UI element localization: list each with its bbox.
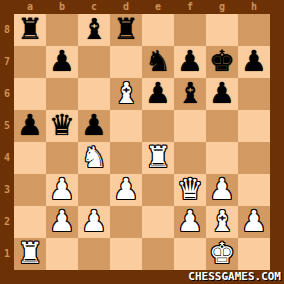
square-f3[interactable]: ♛: [174, 174, 206, 206]
white-pawn: ♟: [177, 207, 203, 236]
square-b6[interactable]: [46, 78, 78, 110]
black-pawn: ♟: [49, 47, 75, 76]
square-f6[interactable]: ♝: [174, 78, 206, 110]
black-pawn: ♟: [81, 111, 107, 140]
square-b5[interactable]: ♛: [46, 110, 78, 142]
square-c8[interactable]: ♝: [78, 14, 110, 46]
file-labels: abcdefgh: [14, 0, 270, 14]
rank-label-4: 4: [0, 142, 14, 174]
square-h4[interactable]: [238, 142, 270, 174]
square-g6[interactable]: ♟: [206, 78, 238, 110]
white-pawn: ♟: [209, 175, 235, 204]
square-f7[interactable]: ♟: [174, 46, 206, 78]
square-e8[interactable]: [142, 14, 174, 46]
file-label-b: b: [46, 0, 78, 14]
black-pawn: ♟: [209, 79, 235, 108]
white-king: ♚: [209, 239, 235, 268]
square-e3[interactable]: [142, 174, 174, 206]
rank-label-1: 1: [0, 238, 14, 270]
white-pawn: ♟: [49, 207, 75, 236]
white-rook: ♜: [17, 239, 43, 268]
square-g8[interactable]: [206, 14, 238, 46]
white-bishop: ♝: [113, 79, 139, 108]
square-e7[interactable]: ♞: [142, 46, 174, 78]
rank-label-8: 8: [0, 14, 14, 46]
rank-label-6: 6: [0, 78, 14, 110]
white-pawn: ♟: [241, 207, 267, 236]
square-d6[interactable]: ♝: [110, 78, 142, 110]
square-d7[interactable]: [110, 46, 142, 78]
white-rook: ♜: [145, 143, 171, 172]
square-a5[interactable]: ♟: [14, 110, 46, 142]
square-e1[interactable]: [142, 238, 174, 270]
square-c5[interactable]: ♟: [78, 110, 110, 142]
watermark: CHESSGAMES.COM: [188, 270, 281, 284]
square-b4[interactable]: [46, 142, 78, 174]
square-c3[interactable]: [78, 174, 110, 206]
square-g4[interactable]: [206, 142, 238, 174]
square-h5[interactable]: [238, 110, 270, 142]
square-h1[interactable]: [238, 238, 270, 270]
square-g7[interactable]: ♚: [206, 46, 238, 78]
black-knight: ♞: [145, 47, 171, 76]
black-rook: ♜: [113, 15, 139, 44]
square-c4[interactable]: ♞: [78, 142, 110, 174]
square-d4[interactable]: [110, 142, 142, 174]
rank-label-2: 2: [0, 206, 14, 238]
square-g2[interactable]: ♝: [206, 206, 238, 238]
file-label-h: h: [238, 0, 270, 14]
black-bishop: ♝: [81, 15, 107, 44]
square-c2[interactable]: ♟: [78, 206, 110, 238]
square-f4[interactable]: [174, 142, 206, 174]
square-e4[interactable]: ♜: [142, 142, 174, 174]
white-pawn: ♟: [49, 175, 75, 204]
black-pawn: ♟: [177, 47, 203, 76]
file-label-d: d: [110, 0, 142, 14]
square-d8[interactable]: ♜: [110, 14, 142, 46]
white-knight: ♞: [81, 143, 107, 172]
square-e2[interactable]: [142, 206, 174, 238]
white-queen: ♛: [177, 175, 203, 204]
file-label-f: f: [174, 0, 206, 14]
black-pawn: ♟: [17, 111, 43, 140]
square-h3[interactable]: [238, 174, 270, 206]
file-label-c: c: [78, 0, 110, 14]
square-g1[interactable]: ♚: [206, 238, 238, 270]
square-f5[interactable]: [174, 110, 206, 142]
square-e6[interactable]: ♟: [142, 78, 174, 110]
rank-labels: 87654321: [0, 14, 14, 270]
square-b1[interactable]: [46, 238, 78, 270]
square-h6[interactable]: [238, 78, 270, 110]
chess-diagram: abcdefgh 87654321 ♜♝♜♟♞♟♚♟♝♟♝♟♟♛♟♞♜♟♟♛♟♟…: [0, 0, 284, 284]
square-a4[interactable]: [14, 142, 46, 174]
rank-label-7: 7: [0, 46, 14, 78]
black-queen: ♛: [49, 111, 75, 140]
square-g3[interactable]: ♟: [206, 174, 238, 206]
square-c6[interactable]: [78, 78, 110, 110]
square-d5[interactable]: [110, 110, 142, 142]
square-a6[interactable]: [14, 78, 46, 110]
square-d1[interactable]: [110, 238, 142, 270]
file-label-g: g: [206, 0, 238, 14]
square-f1[interactable]: [174, 238, 206, 270]
square-b3[interactable]: ♟: [46, 174, 78, 206]
black-pawn: ♟: [241, 47, 267, 76]
black-bishop: ♝: [177, 79, 203, 108]
black-rook: ♜: [17, 15, 43, 44]
rank-label-3: 3: [0, 174, 14, 206]
file-label-a: a: [14, 0, 46, 14]
square-f2[interactable]: ♟: [174, 206, 206, 238]
square-a3[interactable]: [14, 174, 46, 206]
file-label-e: e: [142, 0, 174, 14]
square-b7[interactable]: ♟: [46, 46, 78, 78]
white-pawn: ♟: [81, 207, 107, 236]
square-h7[interactable]: ♟: [238, 46, 270, 78]
square-e5[interactable]: [142, 110, 174, 142]
square-a1[interactable]: ♜: [14, 238, 46, 270]
square-f8[interactable]: [174, 14, 206, 46]
square-a7[interactable]: [14, 46, 46, 78]
white-bishop: ♝: [209, 207, 235, 236]
black-pawn: ♟: [145, 79, 171, 108]
square-h8[interactable]: [238, 14, 270, 46]
black-king: ♚: [209, 47, 235, 76]
square-h2[interactable]: ♟: [238, 206, 270, 238]
square-c7[interactable]: [78, 46, 110, 78]
square-c1[interactable]: [78, 238, 110, 270]
square-d2[interactable]: [110, 206, 142, 238]
square-g5[interactable]: [206, 110, 238, 142]
square-a8[interactable]: ♜: [14, 14, 46, 46]
square-b2[interactable]: ♟: [46, 206, 78, 238]
square-a2[interactable]: [14, 206, 46, 238]
chess-board: ♜♝♜♟♞♟♚♟♝♟♝♟♟♛♟♞♜♟♟♛♟♟♟♟♝♟♜♚: [14, 14, 270, 270]
square-b8[interactable]: [46, 14, 78, 46]
square-d3[interactable]: ♟: [110, 174, 142, 206]
rank-label-5: 5: [0, 110, 14, 142]
white-pawn: ♟: [113, 175, 139, 204]
